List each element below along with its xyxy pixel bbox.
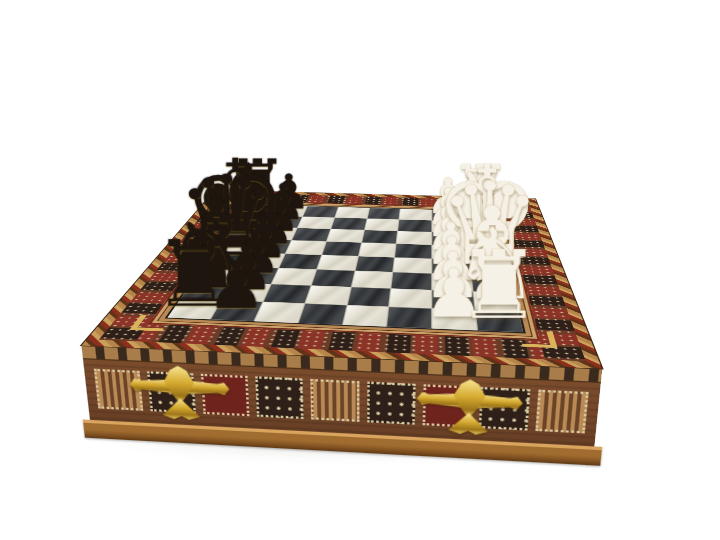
stripe-panel xyxy=(311,379,359,422)
chess-set-photo: ♜♟♟♜♞♟♟♞♝♟♟♝♚♟♟♚♛♟♟♛♝♟♟♝♞♟♟♞♜♟♟♜ xyxy=(0,0,720,540)
square-d5[interactable] xyxy=(317,255,358,271)
board-lid: ♜♟♟♜♞♟♟♞♝♟♟♝♚♟♟♚♛♟♟♛♝♟♟♝♞♟♟♞♜♟♟♜ xyxy=(81,190,602,369)
brass-clasp-right xyxy=(416,377,524,437)
star-panel xyxy=(367,382,416,425)
square-a5[interactable] xyxy=(298,304,346,325)
clasp-fan xyxy=(162,398,201,421)
brass-clasp-left xyxy=(128,364,231,422)
clasp-plate xyxy=(163,365,196,405)
square-a4[interactable] xyxy=(343,305,389,326)
clasp-fan xyxy=(448,412,488,435)
square-g5[interactable] xyxy=(331,218,366,230)
piece-white-rook[interactable]: ♜ xyxy=(429,238,569,332)
star-panel xyxy=(256,376,304,419)
square-c5[interactable] xyxy=(311,270,354,287)
square-e5[interactable] xyxy=(322,241,361,255)
piece-black-pawn[interactable]: ♟ xyxy=(168,253,304,319)
clasp-plate xyxy=(453,379,487,420)
chess-box: ♜♟♟♜♞♟♟♞♝♟♟♝♚♟♟♚♛♟♟♛♝♟♟♝♞♟♟♞♜♟♟♜ xyxy=(81,190,602,369)
square-f5[interactable] xyxy=(327,229,364,242)
chess-board: ♜♟♟♜♞♟♟♞♝♟♟♝♚♟♟♚♛♟♟♛♝♟♟♝♞♟♟♞♜♟♟♜ xyxy=(165,204,526,334)
stripe-panel xyxy=(535,390,589,434)
square-a1[interactable]: ♜ xyxy=(476,310,523,332)
square-h5[interactable] xyxy=(335,207,369,218)
